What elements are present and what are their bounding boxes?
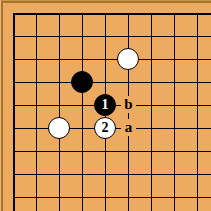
black-stone	[71, 71, 93, 93]
board-frame-top-shadow	[0, 1, 211, 3]
grid-line-vertical	[13, 13, 15, 211]
point-label-a: a	[121, 119, 136, 136]
grid-line-horizontal	[13, 174, 211, 175]
grid-line-horizontal	[13, 151, 211, 152]
grid-line-horizontal	[13, 59, 211, 60]
grid-line-vertical	[197, 13, 198, 211]
white-stone	[48, 117, 70, 139]
board-frame-left-shadow	[1, 1, 3, 211]
grid-line-horizontal	[13, 13, 211, 15]
grid-line-horizontal	[13, 36, 211, 37]
point-label-b: b	[121, 96, 136, 113]
grid-line-vertical	[151, 13, 152, 211]
grid-line-vertical	[59, 13, 60, 211]
white-stone	[117, 48, 139, 70]
grid-line-vertical	[82, 13, 83, 211]
grid-line-horizontal	[13, 82, 211, 83]
grid-line-horizontal	[13, 197, 211, 198]
white-stone-2: 2	[94, 117, 116, 139]
go-board: 12ba	[0, 0, 211, 211]
grid-line-vertical	[36, 13, 37, 211]
black-stone-1: 1	[94, 94, 116, 116]
grid-line-vertical	[174, 13, 175, 211]
